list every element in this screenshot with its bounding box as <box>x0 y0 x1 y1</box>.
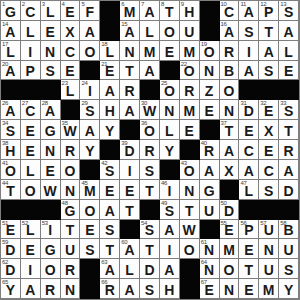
black-cell-r5c2 <box>21 80 41 100</box>
cell-r10c8[interactable]: T <box>140 180 160 200</box>
cell-r1c14[interactable]: 12P <box>259 1 279 21</box>
cell-r4c14[interactable]: S <box>259 61 279 81</box>
cell-r13c7[interactable]: 60A <box>120 239 140 259</box>
cell-letter: X <box>220 164 239 178</box>
cell-r9c13[interactable]: A <box>239 160 259 180</box>
cell-r8c1[interactable]: 38H <box>1 140 21 160</box>
cell-r2c1[interactable]: 14A <box>1 21 21 41</box>
cell-letter: A <box>120 104 139 118</box>
black-cell-r11c1 <box>1 200 21 220</box>
cell-letter: E <box>180 124 199 138</box>
cell-r15c12[interactable]: N <box>220 279 240 299</box>
cell-r8c4[interactable]: R <box>61 140 81 160</box>
cell-r9c8[interactable]: S <box>140 160 160 180</box>
cell-r3c5[interactable]: O <box>80 41 100 61</box>
cell-r11c4[interactable]: 48G <box>61 200 81 220</box>
cell-letter: C <box>21 5 40 19</box>
cell-letter: E <box>279 64 298 78</box>
cell-letter: E <box>239 124 258 138</box>
cell-r11c6[interactable]: A <box>100 200 120 220</box>
cell-r13c1[interactable]: 59D <box>1 239 21 259</box>
cell-letter: A <box>120 283 139 297</box>
cell-r2c4[interactable]: X <box>61 21 81 41</box>
cell-r3c2[interactable]: I <box>21 41 41 61</box>
cell-r10c2[interactable]: O <box>21 180 41 200</box>
cell-letter: A <box>100 204 119 218</box>
cell-r14c4[interactable]: R <box>61 259 81 279</box>
cell-r11c9[interactable]: 49S <box>160 200 180 220</box>
cell-letter: L <box>120 263 139 277</box>
cell-letter: R <box>61 144 80 158</box>
cell-r7c8[interactable]: 36O <box>140 120 160 140</box>
cell-r14c7[interactable]: L <box>120 259 140 279</box>
cell-r4c2[interactable]: P <box>21 61 41 81</box>
cell-letter: L <box>100 45 119 59</box>
cell-letter: C <box>220 5 239 19</box>
cell-r3c8[interactable]: M <box>140 41 160 61</box>
cell-r11c11[interactable]: U <box>200 200 220 220</box>
cell-letter: S <box>100 164 119 178</box>
cell-r9c7[interactable]: I <box>120 160 140 180</box>
cell-r9c15[interactable]: A <box>279 160 299 180</box>
cell-letter: U <box>200 204 219 218</box>
cell-r12c10[interactable]: W <box>180 220 200 240</box>
cell-letter: G <box>1 5 20 19</box>
cell-r8c2[interactable]: E <box>21 140 41 160</box>
cell-letter: A <box>120 243 139 257</box>
cell-r5c11[interactable]: Z <box>200 80 220 100</box>
cell-r4c13[interactable]: A <box>239 61 259 81</box>
cell-letter: I <box>160 184 179 198</box>
cell-r7c10[interactable]: E <box>180 120 200 140</box>
cell-r7c12[interactable]: 37T <box>220 120 240 140</box>
cell-r11c10[interactable]: T <box>180 200 200 220</box>
cell-r4c4[interactable]: E <box>61 61 81 81</box>
cell-letter: L <box>21 223 40 237</box>
cell-r6c8[interactable]: 30W <box>140 100 160 120</box>
cell-letter: A <box>80 124 99 138</box>
cell-letter: L <box>41 5 60 19</box>
cell-r5c6[interactable]: A <box>100 80 120 100</box>
cell-letter: E <box>220 223 239 237</box>
cell-r10c9[interactable]: 46I <box>160 180 180 200</box>
cell-letter: E <box>239 283 258 297</box>
cell-r1c5[interactable]: 5F <box>80 1 100 21</box>
cell-r13c4[interactable]: U <box>61 239 81 259</box>
cell-letter: T <box>140 243 159 257</box>
cell-letter: N <box>200 263 219 277</box>
cell-r2c13[interactable]: S <box>239 21 259 41</box>
cell-r12c3[interactable]: 53I <box>41 220 61 240</box>
cell-r1c10[interactable]: 9H <box>180 1 200 21</box>
cell-r9c1[interactable]: 41O <box>1 160 21 180</box>
cell-letter: A <box>259 45 278 59</box>
cell-letter: E <box>200 104 219 118</box>
cell-letter: R <box>220 45 239 59</box>
cell-letter: A <box>120 25 139 39</box>
cell-letter: S <box>279 5 298 19</box>
cell-letter: I <box>120 164 139 178</box>
cell-r5c10[interactable]: R <box>180 80 200 100</box>
cell-r10c5[interactable]: 45M <box>80 180 100 200</box>
cell-r6c6[interactable]: H <box>100 100 120 120</box>
cell-letter: N <box>200 64 219 78</box>
cell-letter: Y <box>279 283 298 297</box>
cell-r12c5[interactable]: E <box>80 220 100 240</box>
cell-r12c1[interactable]: 51E <box>1 220 21 240</box>
cell-r3c10[interactable]: M <box>180 41 200 61</box>
cell-r1c4[interactable]: 4E <box>61 1 81 21</box>
black-cell-r12c7 <box>120 220 140 240</box>
cell-r15c1[interactable]: 65Y <box>1 279 21 299</box>
cell-r8c8[interactable]: R <box>140 140 160 160</box>
cell-r13c6[interactable]: T <box>100 239 120 259</box>
cell-r13c11[interactable]: 61N <box>200 239 220 259</box>
cell-r12c9[interactable]: A <box>160 220 180 240</box>
cell-letter: L <box>21 25 40 39</box>
cell-r14c3[interactable]: O <box>41 259 61 279</box>
cell-letter: U <box>259 263 278 277</box>
cell-r2c3[interactable]: E <box>41 21 61 41</box>
cell-r6c7[interactable]: A <box>120 100 140 120</box>
cell-letter: O <box>180 64 199 78</box>
cell-letter: O <box>180 164 199 178</box>
cell-r9c2[interactable]: L <box>21 160 41 180</box>
cell-letter: G <box>200 184 219 198</box>
cell-r6c5[interactable]: 29S <box>80 100 100 120</box>
cell-r13c8[interactable]: T <box>140 239 160 259</box>
cell-r6c11[interactable]: E <box>200 100 220 120</box>
cell-r4c7[interactable]: T <box>120 61 140 81</box>
cell-letter: N <box>41 45 60 59</box>
cell-letter: U <box>279 243 298 257</box>
cell-letter: T <box>1 184 20 198</box>
cell-r1c2[interactable]: 2C <box>21 1 41 21</box>
cell-letter: S <box>100 223 119 237</box>
cell-r6c14[interactable]: 32E <box>259 100 279 120</box>
cell-r12c12[interactable]: 55E <box>220 220 240 240</box>
cell-r15c14[interactable]: M <box>259 279 279 299</box>
cell-letter: T <box>61 223 80 237</box>
cell-r7c3[interactable]: G <box>41 120 61 140</box>
cell-r6c3[interactable]: 28A <box>41 100 61 120</box>
cell-r3c1[interactable]: 17L <box>1 41 21 61</box>
cell-letter: G <box>41 124 60 138</box>
cell-letter: L <box>160 124 179 138</box>
black-cell-r12c11 <box>200 220 220 240</box>
cell-letter: S <box>80 104 99 118</box>
cell-r14c15[interactable]: S <box>279 259 299 279</box>
cell-r2c8[interactable]: L <box>140 21 160 41</box>
cell-r13c9[interactable]: I <box>160 239 180 259</box>
cell-r13c13[interactable]: E <box>239 239 259 259</box>
cell-r1c3[interactable]: 3L <box>41 1 61 21</box>
cell-letter: M <box>259 283 278 297</box>
cell-r13c2[interactable]: E <box>21 239 41 259</box>
black-cell-r1c11 <box>200 1 220 21</box>
cell-r2c12[interactable]: 16A <box>220 21 240 41</box>
cell-letter: R <box>140 144 159 158</box>
cell-r15c7[interactable]: A <box>120 279 140 299</box>
cell-r3c6[interactable]: 18L <box>100 41 120 61</box>
cell-letter: E <box>200 283 219 297</box>
cell-letter: L <box>21 164 40 178</box>
cell-letter: O <box>80 204 99 218</box>
cell-r15c11[interactable]: 67E <box>200 279 220 299</box>
cell-letter: T <box>160 5 179 19</box>
cell-letter: R <box>100 283 119 297</box>
cell-letter: S <box>140 223 159 237</box>
cell-r9c12[interactable]: X <box>220 160 240 180</box>
cell-letter: S <box>1 124 20 138</box>
cell-r10c1[interactable]: 44T <box>1 180 21 200</box>
cell-r8c15[interactable]: R <box>279 140 299 160</box>
cell-letter: A <box>239 5 258 19</box>
cell-r13c14[interactable]: N <box>259 239 279 259</box>
cell-r3c4[interactable]: C <box>61 41 81 61</box>
cell-r9c11[interactable]: A <box>200 160 220 180</box>
cell-r1c12[interactable]: 10C <box>220 1 240 21</box>
cell-r6c15[interactable]: 33S <box>279 100 299 120</box>
cell-r15c3[interactable]: R <box>41 279 61 299</box>
cell-letter: A <box>100 263 119 277</box>
cell-r2c5[interactable]: A <box>80 21 100 41</box>
cell-letter: E <box>100 184 119 198</box>
cell-letter: O <box>1 164 20 178</box>
cell-letter: A <box>100 84 119 98</box>
cell-r4c8[interactable]: A <box>140 61 160 81</box>
black-cell-r4c5 <box>80 61 100 81</box>
cell-r11c5[interactable]: O <box>80 200 100 220</box>
cell-r2c9[interactable]: O <box>160 21 180 41</box>
cell-r10c15[interactable]: D <box>279 180 299 200</box>
cell-letter: N <box>259 243 278 257</box>
cell-r3c12[interactable]: R <box>220 41 240 61</box>
cell-r15c15[interactable]: Y <box>279 279 299 299</box>
cell-r1c1[interactable]: 1G <box>1 1 21 21</box>
cell-r14c14[interactable]: U <box>259 259 279 279</box>
cell-r9c3[interactable]: E <box>41 160 61 180</box>
cell-r14c9[interactable]: A <box>160 259 180 279</box>
cell-r4c10[interactable]: 22O <box>180 61 200 81</box>
cell-letter: A <box>220 25 239 39</box>
cell-r4c15[interactable]: E <box>279 61 299 81</box>
cell-r4c3[interactable]: S <box>41 61 61 81</box>
cell-r11c7[interactable]: T <box>120 200 140 220</box>
cell-r15c2[interactable]: A <box>21 279 41 299</box>
cell-r10c4[interactable]: N <box>61 180 81 200</box>
cell-r8c12[interactable]: A <box>220 140 240 160</box>
cell-r13c12[interactable]: M <box>220 239 240 259</box>
cell-r3c7[interactable]: N <box>120 41 140 61</box>
cell-r7c6[interactable]: Y <box>100 120 120 140</box>
cell-r3c14[interactable]: A <box>259 41 279 61</box>
cell-r15c8[interactable]: S <box>140 279 160 299</box>
cell-letter: R <box>180 84 199 98</box>
cell-r13c5[interactable]: S <box>80 239 100 259</box>
cell-letter: P <box>259 5 278 19</box>
cell-r2c15[interactable]: A <box>279 21 299 41</box>
cell-r12c6[interactable]: S <box>100 220 120 240</box>
cell-r1c15[interactable]: 13S <box>279 1 299 21</box>
cell-r14c6[interactable]: 63A <box>100 259 120 279</box>
cell-r5c7[interactable]: R <box>120 80 140 100</box>
cell-r8c13[interactable]: C <box>239 140 259 160</box>
cell-r10c3[interactable]: W <box>41 180 61 200</box>
cell-letter: T <box>180 204 199 218</box>
black-cell-r11c3 <box>41 200 61 220</box>
cell-r7c2[interactable]: E <box>21 120 41 140</box>
cell-r3c9[interactable]: E <box>160 41 180 61</box>
cell-r5c9[interactable]: 25O <box>160 80 180 100</box>
cell-r14c12[interactable]: O <box>220 259 240 279</box>
cell-letter: D <box>1 243 20 257</box>
cell-r14c11[interactable]: 64N <box>200 259 220 279</box>
cell-letter: T <box>279 124 298 138</box>
cell-r7c1[interactable]: 34S <box>1 120 21 140</box>
cell-r4c12[interactable]: B <box>220 61 240 81</box>
cell-r10c6[interactable]: E <box>100 180 120 200</box>
cell-r9c6[interactable]: 42S <box>100 160 120 180</box>
cell-r8c3[interactable]: N <box>41 140 61 160</box>
cell-letter: E <box>120 184 139 198</box>
cell-r7c14[interactable]: X <box>259 120 279 140</box>
cell-letter: T <box>239 263 258 277</box>
cell-letter: B <box>220 64 239 78</box>
cell-r5c12[interactable]: O <box>220 80 240 100</box>
cell-r13c10[interactable]: O <box>180 239 200 259</box>
cell-r14c1[interactable]: 62D <box>1 259 21 279</box>
cell-r8c9[interactable]: Y <box>160 140 180 160</box>
cell-letter: O <box>21 184 40 198</box>
cell-r11c12[interactable]: 50D <box>220 200 240 220</box>
cell-r12c4[interactable]: T <box>61 220 81 240</box>
cell-letter: A <box>41 104 60 118</box>
cell-r13c3[interactable]: G <box>41 239 61 259</box>
cell-letter: X <box>259 124 278 138</box>
cell-r10c13[interactable]: 47L <box>239 180 259 200</box>
cell-letter: G <box>41 243 60 257</box>
cell-r14c2[interactable]: I <box>21 259 41 279</box>
cell-r5c4[interactable]: 23L <box>61 80 81 100</box>
cell-r13c15[interactable]: U <box>279 239 299 259</box>
black-cell-r8c6 <box>100 140 120 160</box>
cell-r8c5[interactable]: Y <box>80 140 100 160</box>
cell-r6c1[interactable]: 26A <box>1 100 21 120</box>
cell-r12c2[interactable]: 52L <box>21 220 41 240</box>
cell-letter: O <box>220 263 239 277</box>
cell-letter: A <box>1 104 20 118</box>
cell-r15c6[interactable]: 66R <box>100 279 120 299</box>
cell-letter: E <box>21 243 40 257</box>
cell-r14c8[interactable]: D <box>140 259 160 279</box>
cell-r1c13[interactable]: 11A <box>239 1 259 21</box>
cell-r5c5[interactable]: 24I <box>80 80 100 100</box>
cell-r10c11[interactable]: G <box>200 180 220 200</box>
cell-r15c13[interactable]: E <box>239 279 259 299</box>
cell-r3c11[interactable]: 19O <box>200 41 220 61</box>
cell-r6c2[interactable]: 27C <box>21 100 41 120</box>
cell-letter: D <box>1 263 20 277</box>
cell-letter: Y <box>100 124 119 138</box>
cell-r6c10[interactable]: M <box>180 100 200 120</box>
cell-r9c14[interactable]: C <box>259 160 279 180</box>
cell-r3c13[interactable]: I <box>239 41 259 61</box>
black-cell-r5c13 <box>239 80 259 100</box>
cell-r8c11[interactable]: 40R <box>200 140 220 160</box>
cell-r8c14[interactable]: E <box>259 140 279 160</box>
cell-letter: N <box>61 184 80 198</box>
cell-r4c11[interactable]: N <box>200 61 220 81</box>
black-cell-r7c11 <box>200 120 220 140</box>
cell-r15c4[interactable]: N <box>61 279 81 299</box>
cell-letter: X <box>61 25 80 39</box>
cell-r2c10[interactable]: U <box>180 21 200 41</box>
cell-r3c15[interactable]: L <box>279 41 299 61</box>
cell-r6c13[interactable]: 31D <box>239 100 259 120</box>
cell-letter: E <box>1 223 20 237</box>
cell-letter: A <box>1 25 20 39</box>
cell-r12c8[interactable]: 54S <box>140 220 160 240</box>
black-cell-r11c15 <box>279 200 299 220</box>
cell-r7c5[interactable]: A <box>80 120 100 140</box>
cell-r14c13[interactable]: T <box>239 259 259 279</box>
cell-letter: A <box>220 144 239 158</box>
cell-letter: N <box>61 283 80 297</box>
cell-r1c7[interactable]: 6M <box>120 1 140 21</box>
cell-letter: C <box>239 144 258 158</box>
cell-letter: D <box>239 104 258 118</box>
cell-r1c9[interactable]: 8T <box>160 1 180 21</box>
cell-r3c3[interactable]: N <box>41 41 61 61</box>
cell-letter: E <box>259 104 278 118</box>
cell-letter: D <box>279 184 298 198</box>
cell-r1c8[interactable]: 7A <box>140 1 160 21</box>
cell-r7c15[interactable]: T <box>279 120 299 140</box>
black-cell-r7c7 <box>120 120 140 140</box>
cell-r2c7[interactable]: 15A <box>120 21 140 41</box>
cell-r7c9[interactable]: L <box>160 120 180 140</box>
cell-letter: I <box>21 45 40 59</box>
black-cell-r14c5 <box>80 259 100 279</box>
cell-r2c2[interactable]: L <box>21 21 41 41</box>
cell-r6c9[interactable]: N <box>160 100 180 120</box>
cell-r7c13[interactable]: E <box>239 120 259 140</box>
cell-letter: M <box>180 104 199 118</box>
cell-r10c10[interactable]: N <box>180 180 200 200</box>
cell-r4c6[interactable]: 21E <box>100 61 120 81</box>
cell-r12c15[interactable]: 58B <box>279 220 299 240</box>
cell-r7c4[interactable]: 35W <box>61 120 81 140</box>
cell-letter: U <box>180 25 199 39</box>
cell-r9c4[interactable]: O <box>61 160 81 180</box>
cell-r4c1[interactable]: 20A <box>1 61 21 81</box>
cell-r12c13[interactable]: 56P <box>239 220 259 240</box>
black-cell-r11c8 <box>140 200 160 220</box>
cell-r2c14[interactable]: T <box>259 21 279 41</box>
cell-letter: T <box>140 184 159 198</box>
cell-r15c9[interactable]: H <box>160 279 180 299</box>
black-cell-r5c15 <box>279 80 299 100</box>
black-cell-r5c1 <box>1 80 21 100</box>
cell-r10c7[interactable]: E <box>120 180 140 200</box>
cell-r10c14[interactable]: S <box>259 180 279 200</box>
cell-r9c10[interactable]: 43O <box>180 160 200 180</box>
cell-r8c7[interactable]: 39D <box>120 140 140 160</box>
cell-letter: I <box>160 243 179 257</box>
cell-r6c12[interactable]: N <box>220 100 240 120</box>
cell-r12c14[interactable]: 57U <box>259 220 279 240</box>
